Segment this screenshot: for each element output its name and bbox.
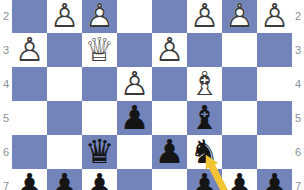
white-pawn-c2[interactable]: ♟♙ [187, 0, 222, 33]
square-h2[interactable] [12, 0, 47, 33]
rank-coordinates-right: 234567 [292, 0, 304, 190]
square-a6[interactable] [257, 135, 292, 169]
white-piece-outline: ♙ [12, 33, 47, 67]
white-pawn-d3[interactable]: ♟♙ [152, 33, 187, 67]
black-piece-fill: ♟ [187, 169, 222, 190]
white-pawn-f2[interactable]: ♟♙ [82, 0, 117, 33]
square-a5[interactable] [257, 101, 292, 135]
rank-label-4: 4 [0, 67, 12, 101]
white-bishop-c4[interactable]: ♝♗ [187, 67, 222, 101]
rank-label-5: 5 [292, 101, 304, 135]
square-d2[interactable] [152, 0, 187, 33]
square-h4[interactable] [12, 67, 47, 101]
square-e6[interactable] [117, 135, 152, 169]
rank-label-6: 6 [0, 135, 12, 169]
black-piece-fill: ♟ [257, 169, 292, 190]
white-piece-outline: ♙ [152, 33, 187, 67]
black-piece-fill: ♛ [82, 135, 117, 169]
black-pawn-f7[interactable]: ♟ [82, 169, 117, 190]
black-queen-f6[interactable]: ♛ [82, 135, 117, 169]
rank-label-5: 5 [0, 101, 12, 135]
black-pawn-e5[interactable]: ♟ [117, 101, 152, 135]
square-h6[interactable] [12, 135, 47, 169]
black-pawn-c7[interactable]: ♟ [187, 169, 222, 190]
black-bishop-c5[interactable]: ♝ [187, 101, 222, 135]
chess-board-viewport: ♟♙♟♙♟♙♟♙♟♙♟♙♟♙♛♕♟♙♝♗♟♝♛♟♞♟♟♟♟♟♟ 234567 2… [0, 0, 304, 190]
white-piece-outline: ♙ [47, 0, 82, 33]
square-e2[interactable] [117, 0, 152, 33]
white-pawn-g2[interactable]: ♟♙ [47, 0, 82, 33]
white-piece-outline: ♙ [82, 0, 117, 33]
square-e3[interactable] [117, 33, 152, 67]
white-pawn-b2[interactable]: ♟♙ [222, 0, 257, 33]
white-piece-outline: ♙ [117, 67, 152, 101]
black-knight-c6[interactable]: ♞ [187, 135, 222, 169]
black-pawn-h7[interactable]: ♟ [12, 169, 47, 190]
square-f4[interactable] [82, 67, 117, 101]
square-b4[interactable] [222, 67, 257, 101]
black-piece-fill: ♟ [222, 169, 257, 190]
rank-label-4: 4 [292, 67, 304, 101]
white-piece-outline: ♙ [257, 0, 292, 33]
square-b3[interactable] [222, 33, 257, 67]
white-piece-outline: ♙ [187, 0, 222, 33]
white-piece-outline: ♕ [82, 33, 117, 67]
rank-label-2: 2 [0, 0, 12, 33]
white-pawn-a2[interactable]: ♟♙ [257, 0, 292, 33]
rank-label-6: 6 [292, 135, 304, 169]
black-piece-fill: ♟ [47, 169, 82, 190]
rank-label-7: 7 [0, 169, 12, 190]
white-piece-outline: ♙ [222, 0, 257, 33]
rank-label-3: 3 [0, 33, 12, 67]
square-b6[interactable] [222, 135, 257, 169]
square-g5[interactable] [47, 101, 82, 135]
rank-label-7: 7 [292, 169, 304, 190]
square-g3[interactable] [47, 33, 82, 67]
square-d5[interactable] [152, 101, 187, 135]
square-b5[interactable] [222, 101, 257, 135]
square-a4[interactable] [257, 67, 292, 101]
rank-label-3: 3 [292, 33, 304, 67]
rank-label-2: 2 [292, 0, 304, 33]
black-pawn-b7[interactable]: ♟ [222, 169, 257, 190]
square-f5[interactable] [82, 101, 117, 135]
black-piece-fill: ♟ [82, 169, 117, 190]
white-pawn-e4[interactable]: ♟♙ [117, 67, 152, 101]
white-piece-outline: ♗ [187, 67, 222, 101]
square-g4[interactable] [47, 67, 82, 101]
square-d4[interactable] [152, 67, 187, 101]
square-d7[interactable] [152, 169, 187, 190]
black-pawn-a7[interactable]: ♟ [257, 169, 292, 190]
square-c3[interactable] [187, 33, 222, 67]
white-pawn-h3[interactable]: ♟♙ [12, 33, 47, 67]
square-g6[interactable] [47, 135, 82, 169]
black-pawn-d6[interactable]: ♟ [152, 135, 187, 169]
square-a3[interactable] [257, 33, 292, 67]
black-pawn-g7[interactable]: ♟ [47, 169, 82, 190]
square-h5[interactable] [12, 101, 47, 135]
black-piece-fill: ♝ [187, 101, 222, 135]
black-piece-fill: ♟ [12, 169, 47, 190]
white-queen-f3[interactable]: ♛♕ [82, 33, 117, 67]
rank-coordinates-left: 234567 [0, 0, 12, 190]
chess-board: ♟♙♟♙♟♙♟♙♟♙♟♙♟♙♛♕♟♙♝♗♟♝♛♟♞♟♟♟♟♟♟ [12, 0, 292, 190]
black-piece-fill: ♟ [117, 101, 152, 135]
square-e7[interactable] [117, 169, 152, 190]
black-piece-fill: ♟ [152, 135, 187, 169]
black-piece-fill: ♞ [187, 135, 222, 169]
